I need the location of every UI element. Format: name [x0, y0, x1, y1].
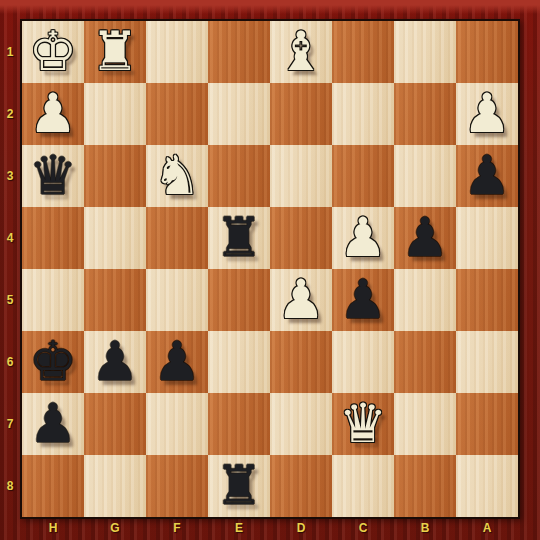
square-h4[interactable] — [22, 207, 84, 269]
piece-white-pawn[interactable]: ♟ — [29, 83, 77, 145]
square-c4[interactable]: ♟ — [332, 207, 394, 269]
square-h5[interactable] — [22, 269, 84, 331]
square-d7[interactable] — [270, 393, 332, 455]
square-h6[interactable]: ♚ — [22, 331, 84, 393]
rank-label-6: 6 — [0, 331, 20, 393]
square-e7[interactable] — [208, 393, 270, 455]
rank-label-7: 7 — [0, 393, 20, 455]
square-h7[interactable]: ♟ — [22, 393, 84, 455]
piece-black-rook[interactable]: ♜ — [215, 455, 263, 517]
square-a6[interactable] — [456, 331, 518, 393]
square-b1[interactable] — [394, 21, 456, 83]
square-e3[interactable] — [208, 145, 270, 207]
square-f4[interactable] — [146, 207, 208, 269]
file-label-c: C — [332, 519, 394, 540]
rank-label-8: 8 — [0, 455, 20, 517]
square-g2[interactable] — [84, 83, 146, 145]
square-b8[interactable] — [394, 455, 456, 517]
square-b4[interactable]: ♟ — [394, 207, 456, 269]
piece-white-king[interactable]: ♚ — [29, 21, 77, 83]
square-e2[interactable] — [208, 83, 270, 145]
file-label-a: A — [456, 519, 518, 540]
square-b2[interactable] — [394, 83, 456, 145]
square-a3[interactable]: ♟ — [456, 145, 518, 207]
piece-white-rook[interactable]: ♜ — [91, 21, 139, 83]
square-c3[interactable] — [332, 145, 394, 207]
square-a4[interactable] — [456, 207, 518, 269]
square-d2[interactable] — [270, 83, 332, 145]
file-label-d: D — [270, 519, 332, 540]
rank-label-5: 5 — [0, 269, 20, 331]
piece-black-pawn[interactable]: ♟ — [29, 393, 77, 455]
square-d6[interactable] — [270, 331, 332, 393]
square-b3[interactable] — [394, 145, 456, 207]
square-c2[interactable] — [332, 83, 394, 145]
square-g5[interactable] — [84, 269, 146, 331]
square-f6[interactable]: ♟ — [146, 331, 208, 393]
square-h1[interactable]: ♚ — [22, 21, 84, 83]
square-h8[interactable] — [22, 455, 84, 517]
square-d4[interactable] — [270, 207, 332, 269]
piece-black-pawn[interactable]: ♟ — [401, 207, 449, 269]
piece-black-rook[interactable]: ♜ — [215, 207, 263, 269]
file-label-b: B — [394, 519, 456, 540]
square-f7[interactable] — [146, 393, 208, 455]
square-a8[interactable] — [456, 455, 518, 517]
piece-white-pawn[interactable]: ♟ — [277, 269, 325, 331]
square-f1[interactable] — [146, 21, 208, 83]
piece-white-knight[interactable]: ♞ — [153, 145, 201, 207]
chess-board: ♚♜♝♟♟♛♞♟♜♟♟♟♟♚♟♟♟♛♜ — [20, 19, 520, 519]
square-g3[interactable] — [84, 145, 146, 207]
file-label-e: E — [208, 519, 270, 540]
square-e1[interactable] — [208, 21, 270, 83]
piece-black-queen[interactable]: ♛ — [29, 145, 77, 207]
file-label-h: H — [22, 519, 84, 540]
square-a1[interactable] — [456, 21, 518, 83]
square-b7[interactable] — [394, 393, 456, 455]
piece-black-pawn[interactable]: ♟ — [91, 331, 139, 393]
square-g1[interactable]: ♜ — [84, 21, 146, 83]
square-g4[interactable] — [84, 207, 146, 269]
square-c6[interactable] — [332, 331, 394, 393]
square-d1[interactable]: ♝ — [270, 21, 332, 83]
piece-white-queen[interactable]: ♛ — [339, 393, 387, 455]
file-label-g: G — [84, 519, 146, 540]
square-g6[interactable]: ♟ — [84, 331, 146, 393]
square-c8[interactable] — [332, 455, 394, 517]
square-e4[interactable]: ♜ — [208, 207, 270, 269]
square-c5[interactable]: ♟ — [332, 269, 394, 331]
square-f8[interactable] — [146, 455, 208, 517]
file-label-f: F — [146, 519, 208, 540]
piece-white-bishop[interactable]: ♝ — [277, 21, 325, 83]
square-e8[interactable]: ♜ — [208, 455, 270, 517]
square-b5[interactable] — [394, 269, 456, 331]
file-labels: HGFEDCBA — [22, 519, 518, 540]
square-c1[interactable] — [332, 21, 394, 83]
square-d8[interactable] — [270, 455, 332, 517]
square-f2[interactable] — [146, 83, 208, 145]
square-e5[interactable] — [208, 269, 270, 331]
rank-labels: 12345678 — [0, 21, 20, 517]
piece-black-pawn[interactable]: ♟ — [339, 269, 387, 331]
square-f3[interactable]: ♞ — [146, 145, 208, 207]
square-d5[interactable]: ♟ — [270, 269, 332, 331]
rank-label-1: 1 — [0, 21, 20, 83]
square-d3[interactable] — [270, 145, 332, 207]
piece-white-pawn[interactable]: ♟ — [339, 207, 387, 269]
square-h3[interactable]: ♛ — [22, 145, 84, 207]
piece-black-king[interactable]: ♚ — [29, 331, 77, 393]
square-a5[interactable] — [456, 269, 518, 331]
piece-white-pawn[interactable]: ♟ — [463, 83, 511, 145]
square-a7[interactable] — [456, 393, 518, 455]
square-f5[interactable] — [146, 269, 208, 331]
rank-label-3: 3 — [0, 145, 20, 207]
piece-black-pawn[interactable]: ♟ — [153, 331, 201, 393]
square-g8[interactable] — [84, 455, 146, 517]
square-c7[interactable]: ♛ — [332, 393, 394, 455]
square-g7[interactable] — [84, 393, 146, 455]
piece-black-pawn[interactable]: ♟ — [463, 145, 511, 207]
rank-label-4: 4 — [0, 207, 20, 269]
square-h2[interactable]: ♟ — [22, 83, 84, 145]
square-a2[interactable]: ♟ — [456, 83, 518, 145]
square-e6[interactable] — [208, 331, 270, 393]
square-b6[interactable] — [394, 331, 456, 393]
rank-label-2: 2 — [0, 83, 20, 145]
